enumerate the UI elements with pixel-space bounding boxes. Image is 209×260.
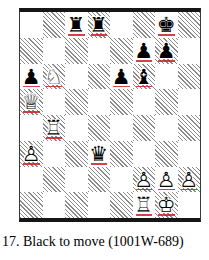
square-d6 bbox=[88, 64, 111, 90]
square-b5 bbox=[43, 89, 66, 115]
square-e8 bbox=[110, 12, 133, 38]
square-d1 bbox=[88, 192, 111, 218]
piece-black-rook-c8: ♜ bbox=[65, 12, 88, 38]
square-a5: ♛♕ bbox=[20, 89, 43, 115]
square-b8 bbox=[43, 12, 66, 38]
square-h7 bbox=[178, 38, 201, 64]
piece-white-pawn-h2: ♟♙ bbox=[178, 167, 201, 193]
square-a1 bbox=[20, 192, 43, 218]
square-h1 bbox=[178, 192, 201, 218]
square-g6 bbox=[155, 64, 178, 90]
square-d5 bbox=[88, 89, 111, 115]
square-c4 bbox=[65, 115, 88, 141]
square-e3 bbox=[110, 141, 133, 167]
square-f4 bbox=[133, 115, 156, 141]
square-e6: ♟ bbox=[110, 64, 133, 90]
piece-black-pawn-f7: ♟ bbox=[133, 38, 156, 64]
piece-white-king-g1: ♚♔ bbox=[155, 192, 178, 218]
square-b6: ♞♘ bbox=[43, 64, 66, 90]
chess-board: ♜♜♚♟♟♟♞♘♟♝♛♕♜♖♟♙♛♟♙♟♙♟♙♜♖♚♔ bbox=[20, 12, 200, 218]
square-e4 bbox=[110, 115, 133, 141]
piece-white-pawn-a3: ♟♙ bbox=[20, 141, 43, 167]
square-b3 bbox=[43, 141, 66, 167]
square-b4: ♜♖ bbox=[43, 115, 66, 141]
square-d7 bbox=[88, 38, 111, 64]
square-h4 bbox=[178, 115, 201, 141]
square-f8 bbox=[133, 12, 156, 38]
piece-black-bishop-f6: ♝ bbox=[133, 64, 156, 90]
square-c1 bbox=[65, 192, 88, 218]
square-f6: ♝ bbox=[133, 64, 156, 90]
chess-board-frame: ♜♜♚♟♟♟♞♘♟♝♛♕♜♖♟♙♛♟♙♟♙♟♙♜♖♚♔ bbox=[19, 8, 201, 222]
square-g3 bbox=[155, 141, 178, 167]
square-g4 bbox=[155, 115, 178, 141]
square-e1 bbox=[110, 192, 133, 218]
square-c2 bbox=[65, 167, 88, 193]
square-a4 bbox=[20, 115, 43, 141]
square-h5 bbox=[178, 89, 201, 115]
square-d2 bbox=[88, 167, 111, 193]
square-h2: ♟♙ bbox=[178, 167, 201, 193]
square-c8: ♜ bbox=[65, 12, 88, 38]
square-g5 bbox=[155, 89, 178, 115]
piece-white-knight-b6: ♞♘ bbox=[43, 64, 66, 90]
square-c7 bbox=[65, 38, 88, 64]
square-a8 bbox=[20, 12, 43, 38]
piece-white-pawn-g2: ♟♙ bbox=[155, 167, 178, 193]
square-f1: ♜♖ bbox=[133, 192, 156, 218]
square-e5 bbox=[110, 89, 133, 115]
square-b7 bbox=[43, 38, 66, 64]
piece-white-rook-b4: ♜♖ bbox=[43, 115, 66, 141]
diagram-caption: 17. Black to move (1001W-689) bbox=[2, 234, 208, 250]
piece-white-queen-a5: ♛♕ bbox=[20, 89, 43, 115]
square-a3: ♟♙ bbox=[20, 141, 43, 167]
square-a6: ♟ bbox=[20, 64, 43, 90]
piece-black-king-g8: ♚ bbox=[155, 12, 178, 38]
square-e2 bbox=[110, 167, 133, 193]
square-f5 bbox=[133, 89, 156, 115]
square-b2 bbox=[43, 167, 66, 193]
piece-black-rook-d8: ♜ bbox=[88, 12, 111, 38]
square-g8: ♚ bbox=[155, 12, 178, 38]
square-b1 bbox=[43, 192, 66, 218]
square-g1: ♚♔ bbox=[155, 192, 178, 218]
square-d4 bbox=[88, 115, 111, 141]
square-g2: ♟♙ bbox=[155, 167, 178, 193]
square-h8 bbox=[178, 12, 201, 38]
square-a2 bbox=[20, 167, 43, 193]
square-a7 bbox=[20, 38, 43, 64]
square-h3 bbox=[178, 141, 201, 167]
square-d8: ♜ bbox=[88, 12, 111, 38]
square-c6 bbox=[65, 64, 88, 90]
square-c5 bbox=[65, 89, 88, 115]
square-c3 bbox=[65, 141, 88, 167]
square-f2: ♟♙ bbox=[133, 167, 156, 193]
square-h6 bbox=[178, 64, 201, 90]
piece-white-pawn-f2: ♟♙ bbox=[133, 167, 156, 193]
piece-black-pawn-a6: ♟ bbox=[20, 64, 43, 90]
piece-white-rook-f1: ♜♖ bbox=[133, 192, 156, 218]
piece-black-pawn-e6: ♟ bbox=[110, 64, 133, 90]
piece-black-queen-d3: ♛ bbox=[88, 141, 111, 167]
square-e7 bbox=[110, 38, 133, 64]
square-d3: ♛ bbox=[88, 141, 111, 167]
square-g7: ♟ bbox=[155, 38, 178, 64]
square-f7: ♟ bbox=[133, 38, 156, 64]
piece-black-pawn-g7: ♟ bbox=[155, 38, 178, 64]
square-f3 bbox=[133, 141, 156, 167]
